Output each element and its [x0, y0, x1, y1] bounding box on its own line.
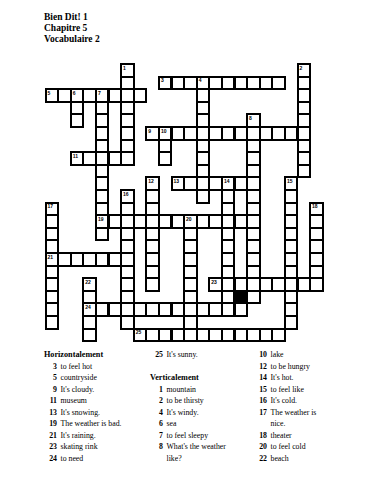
- cell-number-1: 1: [123, 66, 126, 71]
- clue-item-number: 10: [254, 349, 271, 361]
- clue-item-text: to need: [61, 453, 151, 465]
- grid-cell-r4c2[interactable]: [70, 113, 85, 128]
- clue-item-number: 14: [254, 372, 271, 384]
- clue-item-down-17: 17The weather is nice.: [254, 407, 332, 430]
- title-line-1: Bien Dit! 1: [44, 12, 100, 23]
- clue-item-number: 13: [44, 407, 61, 419]
- clue-item-number: 23: [44, 441, 61, 453]
- cell-number-5: 5: [48, 91, 51, 96]
- clue-item-number: 16: [254, 395, 271, 407]
- clue-item-number: 5: [44, 372, 61, 384]
- clue-item-text: museum: [61, 395, 151, 407]
- clue-item-number: 2: [150, 395, 167, 407]
- grid-cell-r19c15[interactable]: [234, 302, 249, 317]
- clue-item-down-22: 22beach: [254, 453, 332, 465]
- clue-item-down-16: 16It's cold.: [254, 395, 332, 407]
- clue-item-across-11: 11museum: [44, 395, 150, 407]
- clue-item-number: 11: [44, 395, 61, 407]
- clue-item-across-9: 9It's cloudy.: [44, 384, 150, 396]
- clue-item-number: 8: [150, 441, 167, 464]
- cell-number-17: 17: [48, 204, 54, 209]
- clue-item-down-15: 15to feel like: [254, 384, 332, 396]
- cell-number-11: 11: [73, 154, 78, 159]
- clue-item-number: 12: [254, 361, 271, 373]
- grid-cell-r21c18[interactable]: [271, 328, 286, 343]
- grid-cell-r10c12[interactable]: [196, 189, 211, 204]
- clue-item-across-21: 21It's raining.: [44, 430, 150, 442]
- clue-item-down-18: 18theater: [254, 430, 332, 442]
- clue-item-text: to feel hot: [61, 361, 151, 373]
- clue-column-middle: 25It's sunny.Verticalement1mountain2to b…: [150, 349, 238, 464]
- clue-item-text: It's cloudy.: [61, 384, 151, 396]
- cell-number-4: 4: [199, 78, 202, 83]
- grid-cell-r20c0[interactable]: [45, 315, 60, 330]
- clue-item-number: 6: [150, 418, 167, 430]
- clue-item-text: skating rink: [61, 441, 151, 453]
- grid-cell-r7c9[interactable]: [158, 151, 173, 166]
- grid-cell-r8c20[interactable]: [297, 164, 312, 179]
- clue-item-number: 21: [44, 430, 61, 442]
- cell-number-14: 14: [224, 179, 230, 184]
- cell-number-23: 23: [211, 280, 217, 285]
- clue-item-across-19: 19The weather is bad.: [44, 418, 150, 430]
- clue-item-text: to feel like: [271, 384, 333, 396]
- clue-item-across-5: 5countryside: [44, 372, 150, 384]
- cell-number-2: 2: [300, 66, 303, 71]
- cell-number-25: 25: [136, 330, 142, 335]
- cell-number-15: 15: [287, 179, 293, 184]
- crossword-grid: 1234567891011121314151617181920212223242…: [45, 63, 325, 343]
- clue-item-text: lake: [271, 349, 333, 361]
- clue-item-down-7: 7to feel sleepy: [150, 430, 238, 442]
- clue-item-down-12: 12to be hungry: [254, 361, 332, 373]
- across-heading: Horizontalement: [44, 349, 150, 361]
- clue-item-text: to feel cold: [271, 441, 333, 453]
- grid-cell-r17c8[interactable]: [145, 277, 160, 292]
- title-line-2: Chapitre 5: [44, 23, 100, 34]
- clue-item-text: What's the weather like?: [167, 441, 239, 464]
- grid-cell-r21c3[interactable]: [82, 328, 97, 343]
- clue-item-text: It's sunny.: [167, 349, 239, 361]
- clue-item-number: 3: [44, 361, 61, 373]
- clue-item-text: to feel sleepy: [167, 430, 239, 442]
- cell-number-8: 8: [249, 116, 252, 121]
- cell-number-6: 6: [73, 91, 76, 96]
- clue-item-number: 4: [150, 407, 167, 419]
- clue-item-text: sea: [167, 418, 239, 430]
- grid-cell-r13c4[interactable]: [95, 227, 110, 242]
- clue-item-down-8: 8What's the weather like?: [150, 441, 238, 464]
- cell-number-9: 9: [148, 129, 151, 134]
- clue-item-text: beach: [271, 453, 333, 465]
- clue-item-text: It's cold.: [271, 395, 333, 407]
- clue-item-number: 24: [44, 453, 61, 465]
- clue-item-across-3: 3to feel hot: [44, 361, 150, 373]
- clue-item-down-4: 4It's windy.: [150, 407, 238, 419]
- clue-item-text: mountain: [167, 384, 239, 396]
- grid-cell-r20c19[interactable]: [284, 315, 299, 330]
- cell-number-19: 19: [98, 217, 104, 222]
- cell-number-10: 10: [161, 129, 167, 134]
- clue-item-down-20: 20to feel cold: [254, 441, 332, 453]
- clue-item-text: The weather is nice.: [271, 407, 333, 430]
- clue-item-text: The weather is bad.: [61, 418, 151, 430]
- cell-number-24: 24: [85, 305, 91, 310]
- cell-number-18: 18: [312, 204, 318, 209]
- clue-item-number: 17: [254, 407, 271, 430]
- grid-cell-r7c6[interactable]: [120, 151, 135, 166]
- clue-item-across-25: 25It's sunny.: [150, 349, 238, 361]
- clue-item-across-13: 13It's snowing.: [44, 407, 150, 419]
- cell-number-12: 12: [148, 179, 154, 184]
- clue-item-down-6: 6sea: [150, 418, 238, 430]
- grid-cell-r2c7[interactable]: [133, 88, 148, 103]
- cell-number-22: 22: [85, 280, 91, 285]
- grid-cell-r1c18[interactable]: [271, 76, 286, 91]
- clue-item-down-14: 14It's hot.: [254, 372, 332, 384]
- cell-number-3: 3: [161, 78, 164, 83]
- clue-item-text: theater: [271, 430, 333, 442]
- clue-column-down: 10lake12to be hungry14It's hot.15to feel…: [254, 349, 332, 464]
- clue-item-text: It's snowing.: [61, 407, 151, 419]
- cell-number-13: 13: [174, 179, 180, 184]
- clue-item-text: It's raining.: [61, 430, 151, 442]
- cell-number-20: 20: [186, 217, 192, 222]
- clue-item-down-10: 10lake: [254, 349, 332, 361]
- clue-item-down-2: 2to be thirsty: [150, 395, 238, 407]
- clue-item-number: 25: [150, 349, 167, 361]
- clue-column-across: Horizontalement3to feel hot5countryside9…: [44, 349, 150, 464]
- clue-item-number: 19: [44, 418, 61, 430]
- clue-item-text: to be thirsty: [167, 395, 239, 407]
- clue-item-text: to be hungry: [271, 361, 333, 373]
- title-line-3: Vocabulaire 2: [44, 34, 100, 45]
- spacer: [150, 361, 238, 373]
- cell-number-16: 16: [123, 192, 129, 197]
- clue-item-number: 22: [254, 453, 271, 465]
- grid-cell-r18c16[interactable]: [246, 290, 261, 305]
- clue-item-number: 1: [150, 384, 167, 396]
- worksheet-page: Bien Dit! 1 Chapitre 5 Vocabulaire 2 123…: [0, 0, 386, 500]
- clue-item-number: 9: [44, 384, 61, 396]
- clue-item-text: countryside: [61, 372, 151, 384]
- down-heading: Verticalement: [150, 372, 238, 384]
- clue-item-number: 15: [254, 384, 271, 396]
- clue-item-number: 7: [150, 430, 167, 442]
- worksheet-title: Bien Dit! 1 Chapitre 5 Vocabulaire 2: [44, 12, 100, 44]
- clue-item-across-23: 23skating rink: [44, 441, 150, 453]
- clue-item-across-24: 24to need: [44, 453, 150, 465]
- clue-item-text: It's windy.: [167, 407, 239, 419]
- clue-item-text: It's hot.: [271, 372, 333, 384]
- cell-number-7: 7: [98, 91, 101, 96]
- grid-cell-r17c21[interactable]: [309, 277, 324, 292]
- clue-item-down-1: 1mountain: [150, 384, 238, 396]
- clue-item-number: 18: [254, 430, 271, 442]
- clue-item-number: 20: [254, 441, 271, 453]
- cell-number-21: 21: [48, 255, 54, 260]
